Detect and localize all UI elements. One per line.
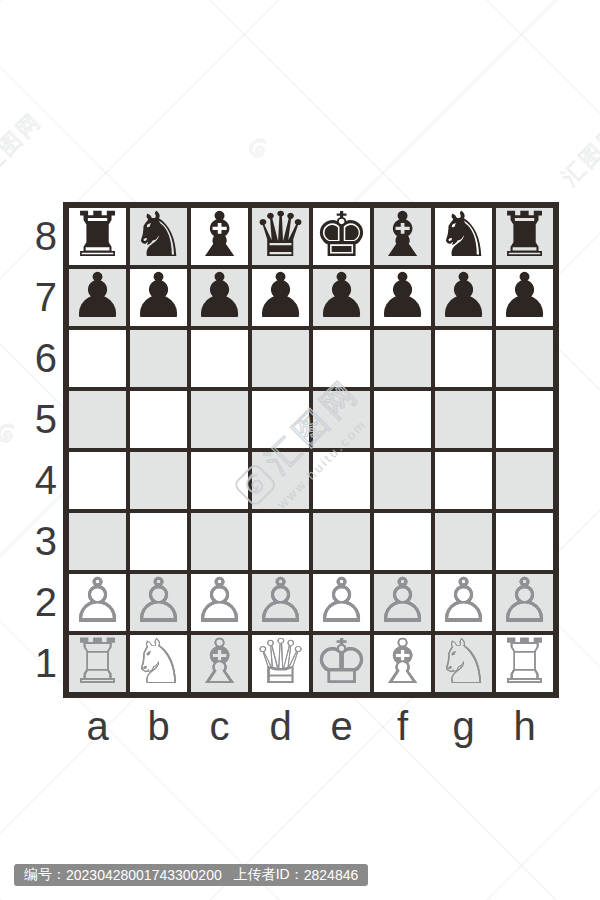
square-e2[interactable]: ♙: [313, 574, 370, 631]
piece-white-pawn[interactable]: ♙: [375, 570, 431, 632]
piece-white-pawn[interactable]: ♙: [436, 570, 492, 632]
square-d7[interactable]: ♟: [252, 269, 309, 326]
piece-black-bishop[interactable]: ♝: [192, 204, 248, 266]
square-h6[interactable]: [496, 330, 553, 387]
square-g5[interactable]: [435, 391, 492, 448]
rank-label-3: 3: [0, 513, 57, 570]
square-e1[interactable]: ♔: [313, 635, 370, 692]
square-g4[interactable]: [435, 452, 492, 509]
square-f5[interactable]: [374, 391, 431, 448]
piece-white-pawn[interactable]: ♙: [497, 570, 553, 632]
watermark-brand-text: 汇图网: [557, 119, 600, 190]
square-b8[interactable]: ♞: [130, 208, 187, 265]
square-a4[interactable]: [69, 452, 126, 509]
piece-white-king[interactable]: ♔: [314, 631, 370, 693]
square-f1[interactable]: ♗: [374, 635, 431, 692]
file-label-e: e: [313, 703, 370, 749]
piece-white-bishop[interactable]: ♗: [375, 631, 431, 693]
square-e3[interactable]: [313, 513, 370, 570]
watermark-edge: 汇图网: [555, 118, 600, 192]
square-g3[interactable]: [435, 513, 492, 570]
square-f7[interactable]: ♟: [374, 269, 431, 326]
uploader-id-value: 2824846: [304, 867, 359, 883]
square-e7[interactable]: ♟: [313, 269, 370, 326]
piece-black-king[interactable]: ♚: [314, 204, 370, 266]
square-f4[interactable]: [374, 452, 431, 509]
square-h1[interactable]: ♖: [496, 635, 553, 692]
piece-white-pawn[interactable]: ♙: [192, 570, 248, 632]
square-h2[interactable]: ♙: [496, 574, 553, 631]
file-label-a: a: [69, 703, 126, 749]
square-a3[interactable]: [69, 513, 126, 570]
square-e4[interactable]: [313, 452, 370, 509]
piece-black-knight[interactable]: ♞: [436, 204, 492, 266]
piece-white-pawn[interactable]: ♙: [253, 570, 309, 632]
square-a5[interactable]: [69, 391, 126, 448]
square-a6[interactable]: [69, 330, 126, 387]
square-f6[interactable]: [374, 330, 431, 387]
square-f2[interactable]: ♙: [374, 574, 431, 631]
piece-black-pawn[interactable]: ♟: [497, 265, 553, 327]
piece-white-knight[interactable]: ♘: [436, 631, 492, 693]
square-a1[interactable]: ♖: [69, 635, 126, 692]
watermark-edge: 汇图网: [0, 106, 49, 180]
square-g1[interactable]: ♘: [435, 635, 492, 692]
square-a8[interactable]: ♜: [69, 208, 126, 265]
square-e8[interactable]: ♚: [313, 208, 370, 265]
square-b7[interactable]: ♟: [130, 269, 187, 326]
chess-board[interactable]: ♜♞♝♛♚♝♞♜♟♟♟♟♟♟♟♟♙♙♙♙♙♙♙♙♖♘♗♕♔♗♘♖: [63, 202, 559, 698]
piece-black-rook[interactable]: ♜: [497, 204, 553, 266]
square-h5[interactable]: [496, 391, 553, 448]
square-c7[interactable]: ♟: [191, 269, 248, 326]
square-c3[interactable]: [191, 513, 248, 570]
image-id-label: 编号：: [24, 866, 66, 884]
square-h7[interactable]: ♟: [496, 269, 553, 326]
piece-white-pawn[interactable]: ♙: [131, 570, 187, 632]
piece-white-bishop[interactable]: ♗: [192, 631, 248, 693]
file-label-h: h: [496, 703, 553, 749]
watermark-brand-text: 汇图网: [0, 107, 47, 178]
piece-black-bishop[interactable]: ♝: [375, 204, 431, 266]
square-c2[interactable]: ♙: [191, 574, 248, 631]
piece-black-pawn[interactable]: ♟: [192, 265, 248, 327]
piece-white-queen[interactable]: ♕: [253, 631, 309, 693]
piece-white-rook[interactable]: ♖: [70, 631, 126, 693]
rank-labels: 87654321: [0, 208, 57, 692]
piece-black-queen[interactable]: ♛: [253, 204, 309, 266]
file-label-g: g: [435, 703, 492, 749]
file-label-d: d: [252, 703, 309, 749]
file-labels: abcdefgh: [69, 703, 553, 749]
image-id-value: 20230428001743300200: [66, 867, 222, 883]
rank-label-4: 4: [0, 452, 57, 509]
rank-label-2: 2: [0, 574, 57, 631]
piece-white-pawn[interactable]: ♙: [70, 570, 126, 632]
square-h3[interactable]: [496, 513, 553, 570]
piece-black-pawn[interactable]: ♟: [131, 265, 187, 327]
square-d6[interactable]: [252, 330, 309, 387]
rank-label-6: 6: [0, 330, 57, 387]
file-label-b: b: [130, 703, 187, 749]
square-b5[interactable]: [130, 391, 187, 448]
square-d5[interactable]: [252, 391, 309, 448]
file-label-c: c: [191, 703, 248, 749]
square-e5[interactable]: [313, 391, 370, 448]
square-f3[interactable]: [374, 513, 431, 570]
piece-black-pawn[interactable]: ♟: [253, 265, 309, 327]
square-c1[interactable]: ♗: [191, 635, 248, 692]
square-b2[interactable]: ♙: [130, 574, 187, 631]
square-c8[interactable]: ♝: [191, 208, 248, 265]
square-g6[interactable]: [435, 330, 492, 387]
square-h8[interactable]: ♜: [496, 208, 553, 265]
piece-black-pawn[interactable]: ♟: [70, 265, 126, 327]
rank-label-1: 1: [0, 635, 57, 692]
square-b6[interactable]: [130, 330, 187, 387]
image-id-bar: 编号：20230428001743300200上传者ID：2824846: [14, 864, 368, 886]
piece-white-knight[interactable]: ♘: [131, 631, 187, 693]
square-d2[interactable]: ♙: [252, 574, 309, 631]
square-g8[interactable]: ♞: [435, 208, 492, 265]
piece-black-rook[interactable]: ♜: [70, 204, 126, 266]
square-e6[interactable]: [313, 330, 370, 387]
square-c5[interactable]: [191, 391, 248, 448]
square-d8[interactable]: ♛: [252, 208, 309, 265]
rank-label-5: 5: [0, 391, 57, 448]
rank-label-7: 7: [0, 269, 57, 326]
square-f8[interactable]: ♝: [374, 208, 431, 265]
square-a2[interactable]: ♙: [69, 574, 126, 631]
square-c4[interactable]: [191, 452, 248, 509]
piece-black-pawn[interactable]: ♟: [314, 265, 370, 327]
piece-white-rook[interactable]: ♖: [497, 631, 553, 693]
piece-black-pawn[interactable]: ♟: [375, 265, 431, 327]
square-a7[interactable]: ♟: [69, 269, 126, 326]
square-b3[interactable]: [130, 513, 187, 570]
square-g7[interactable]: ♟: [435, 269, 492, 326]
square-c6[interactable]: [191, 330, 248, 387]
piece-black-pawn[interactable]: ♟: [436, 265, 492, 327]
square-d1[interactable]: ♕: [252, 635, 309, 692]
square-g2[interactable]: ♙: [435, 574, 492, 631]
file-label-f: f: [374, 703, 431, 749]
piece-white-pawn[interactable]: ♙: [314, 570, 370, 632]
square-b1[interactable]: ♘: [130, 635, 187, 692]
square-h4[interactable]: [496, 452, 553, 509]
square-d3[interactable]: [252, 513, 309, 570]
piece-black-knight[interactable]: ♞: [131, 204, 187, 266]
uploader-id-label: 上传者ID：: [234, 866, 304, 884]
square-d4[interactable]: [252, 452, 309, 509]
square-b4[interactable]: [130, 452, 187, 509]
watermark-swirl-icon: [244, 135, 270, 161]
rank-label-8: 8: [0, 208, 57, 265]
stock-image-canvas: 汇图网 汇图网 87654321 ♜♞♝♛♚♝♞♜♟♟♟♟♟♟♟♟♙♙♙♙♙♙♙…: [0, 0, 600, 900]
